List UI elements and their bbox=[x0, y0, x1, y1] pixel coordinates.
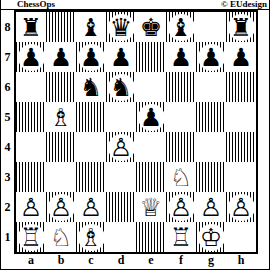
file-label-c: c bbox=[76, 254, 106, 267]
square-g2[interactable]: ♙ bbox=[196, 192, 226, 222]
square-b6[interactable] bbox=[46, 72, 76, 102]
white-pawn-icon[interactable]: ♙ bbox=[108, 134, 135, 161]
black-pawn-icon[interactable]: ♟ bbox=[168, 44, 195, 71]
header: ChessOps © EUdesign bbox=[1, 0, 269, 10]
square-f7[interactable]: ♟ bbox=[166, 42, 196, 72]
square-a1[interactable]: ♖ bbox=[16, 222, 46, 252]
white-rook-icon[interactable]: ♖ bbox=[18, 224, 45, 251]
square-b1[interactable]: ♘ bbox=[46, 222, 76, 252]
file-label-a: a bbox=[16, 254, 46, 267]
square-d5[interactable] bbox=[106, 102, 136, 132]
square-e4[interactable] bbox=[136, 132, 166, 162]
black-rook-icon[interactable]: ♜ bbox=[228, 14, 255, 41]
black-pawn-icon[interactable]: ♟ bbox=[198, 44, 225, 71]
square-e1[interactable] bbox=[136, 222, 166, 252]
board-row: 87654321 ♜♝♛♚♝♜♟♟♟♟♟♟♟♞♞♗♟♙♘♙♙♙♕♙♙♙♖♘♗♖♔ bbox=[1, 10, 269, 254]
square-f5[interactable] bbox=[166, 102, 196, 132]
rank-label-5: 5 bbox=[1, 102, 14, 132]
rank-label-3: 3 bbox=[1, 162, 14, 192]
file-label-b: b bbox=[46, 254, 76, 267]
square-c1[interactable]: ♗ bbox=[76, 222, 106, 252]
square-c5[interactable] bbox=[76, 102, 106, 132]
rank-labels: 87654321 bbox=[1, 10, 14, 252]
square-h1[interactable] bbox=[226, 222, 256, 252]
square-c7[interactable]: ♟ bbox=[76, 42, 106, 72]
rank-label-1: 1 bbox=[1, 222, 14, 252]
square-e6[interactable] bbox=[136, 72, 166, 102]
square-c8[interactable]: ♝ bbox=[76, 12, 106, 42]
file-label-g: g bbox=[196, 254, 226, 267]
black-knight-icon[interactable]: ♞ bbox=[78, 74, 105, 101]
square-g4[interactable] bbox=[196, 132, 226, 162]
black-rook-icon[interactable]: ♜ bbox=[18, 14, 45, 41]
square-h8[interactable]: ♜ bbox=[226, 12, 256, 42]
square-c2[interactable]: ♙ bbox=[76, 192, 106, 222]
square-b5[interactable]: ♗ bbox=[46, 102, 76, 132]
white-pawn-icon[interactable]: ♙ bbox=[168, 194, 195, 221]
square-c3[interactable] bbox=[76, 162, 106, 192]
white-bishop-icon[interactable]: ♗ bbox=[78, 224, 105, 251]
rank-label-4: 4 bbox=[1, 132, 14, 162]
square-g1[interactable]: ♔ bbox=[196, 222, 226, 252]
black-queen-icon[interactable]: ♛ bbox=[108, 14, 135, 41]
square-g6[interactable] bbox=[196, 72, 226, 102]
square-a3[interactable] bbox=[16, 162, 46, 192]
white-pawn-icon[interactable]: ♙ bbox=[18, 194, 45, 221]
square-a5[interactable] bbox=[16, 102, 46, 132]
square-b2[interactable]: ♙ bbox=[46, 192, 76, 222]
square-f6[interactable] bbox=[166, 72, 196, 102]
square-c6[interactable]: ♞ bbox=[76, 72, 106, 102]
square-d6[interactable]: ♞ bbox=[106, 72, 136, 102]
square-e8[interactable]: ♚ bbox=[136, 12, 166, 42]
white-knight-icon[interactable]: ♘ bbox=[168, 164, 195, 191]
square-f2[interactable]: ♙ bbox=[166, 192, 196, 222]
square-d1[interactable] bbox=[106, 222, 136, 252]
square-f1[interactable]: ♖ bbox=[166, 222, 196, 252]
square-b8[interactable] bbox=[46, 12, 76, 42]
black-bishop-icon[interactable]: ♝ bbox=[78, 14, 105, 41]
white-queen-icon[interactable]: ♕ bbox=[138, 194, 165, 221]
square-a2[interactable]: ♙ bbox=[16, 192, 46, 222]
chess-diagram: ChessOps © EUdesign 87654321 ♜♝♛♚♝♜♟♟♟♟♟… bbox=[0, 0, 270, 270]
black-pawn-icon[interactable]: ♟ bbox=[18, 44, 45, 71]
square-b3[interactable] bbox=[46, 162, 76, 192]
board: ♜♝♛♚♝♜♟♟♟♟♟♟♟♞♞♗♟♙♘♙♙♙♕♙♙♙♖♘♗♖♔ bbox=[14, 10, 258, 254]
app-title: ChessOps bbox=[17, 0, 55, 9]
white-rook-icon[interactable]: ♖ bbox=[168, 224, 195, 251]
square-e2[interactable]: ♕ bbox=[136, 192, 166, 222]
square-f4[interactable] bbox=[166, 132, 196, 162]
square-g7[interactable]: ♟ bbox=[196, 42, 226, 72]
square-f8[interactable]: ♝ bbox=[166, 12, 196, 42]
white-pawn-icon[interactable]: ♙ bbox=[78, 194, 105, 221]
square-d7[interactable]: ♟ bbox=[106, 42, 136, 72]
square-a4[interactable] bbox=[16, 132, 46, 162]
file-label-e: e bbox=[136, 254, 166, 267]
rank-label-8: 8 bbox=[1, 12, 14, 42]
black-pawn-icon[interactable]: ♟ bbox=[48, 44, 75, 71]
file-label-d: d bbox=[106, 254, 136, 267]
square-h6[interactable] bbox=[226, 72, 256, 102]
square-c4[interactable] bbox=[76, 132, 106, 162]
square-h3[interactable] bbox=[226, 162, 256, 192]
white-pawn-icon[interactable]: ♙ bbox=[48, 194, 75, 221]
rank-label-7: 7 bbox=[1, 42, 14, 72]
square-e7[interactable] bbox=[136, 42, 166, 72]
white-knight-icon[interactable]: ♘ bbox=[48, 224, 75, 251]
square-g5[interactable] bbox=[196, 102, 226, 132]
white-king-icon[interactable]: ♔ bbox=[198, 224, 225, 251]
square-h4[interactable] bbox=[226, 132, 256, 162]
black-knight-icon[interactable]: ♞ bbox=[108, 74, 135, 101]
file-label-f: f bbox=[166, 254, 196, 267]
square-g8[interactable] bbox=[196, 12, 226, 42]
square-h2[interactable]: ♙ bbox=[226, 192, 256, 222]
black-pawn-icon[interactable]: ♟ bbox=[108, 44, 135, 71]
black-pawn-icon[interactable]: ♟ bbox=[138, 104, 165, 131]
black-bishop-icon[interactable]: ♝ bbox=[168, 14, 195, 41]
file-label-h: h bbox=[226, 254, 256, 267]
rank-label-6: 6 bbox=[1, 72, 14, 102]
file-labels: abcdefgh bbox=[16, 254, 269, 267]
square-e5[interactable]: ♟ bbox=[136, 102, 166, 132]
square-a6[interactable] bbox=[16, 72, 46, 102]
white-pawn-icon[interactable]: ♙ bbox=[228, 194, 255, 221]
square-d3[interactable] bbox=[106, 162, 136, 192]
square-f3[interactable]: ♘ bbox=[166, 162, 196, 192]
square-b4[interactable] bbox=[46, 132, 76, 162]
black-pawn-icon[interactable]: ♟ bbox=[228, 44, 255, 71]
square-d4[interactable]: ♙ bbox=[106, 132, 136, 162]
credit: © EUdesign bbox=[221, 0, 267, 9]
square-e3[interactable] bbox=[136, 162, 166, 192]
square-h5[interactable] bbox=[226, 102, 256, 132]
white-pawn-icon[interactable]: ♙ bbox=[198, 194, 225, 221]
black-king-icon[interactable]: ♚ bbox=[138, 14, 165, 41]
square-d2[interactable] bbox=[106, 192, 136, 222]
square-d8[interactable]: ♛ bbox=[106, 12, 136, 42]
square-g3[interactable] bbox=[196, 162, 226, 192]
square-b7[interactable]: ♟ bbox=[46, 42, 76, 72]
white-bishop-icon[interactable]: ♗ bbox=[48, 104, 75, 131]
rank-label-2: 2 bbox=[1, 192, 14, 222]
square-a8[interactable]: ♜ bbox=[16, 12, 46, 42]
black-pawn-icon[interactable]: ♟ bbox=[78, 44, 105, 71]
square-h7[interactable]: ♟ bbox=[226, 42, 256, 72]
square-a7[interactable]: ♟ bbox=[16, 42, 46, 72]
